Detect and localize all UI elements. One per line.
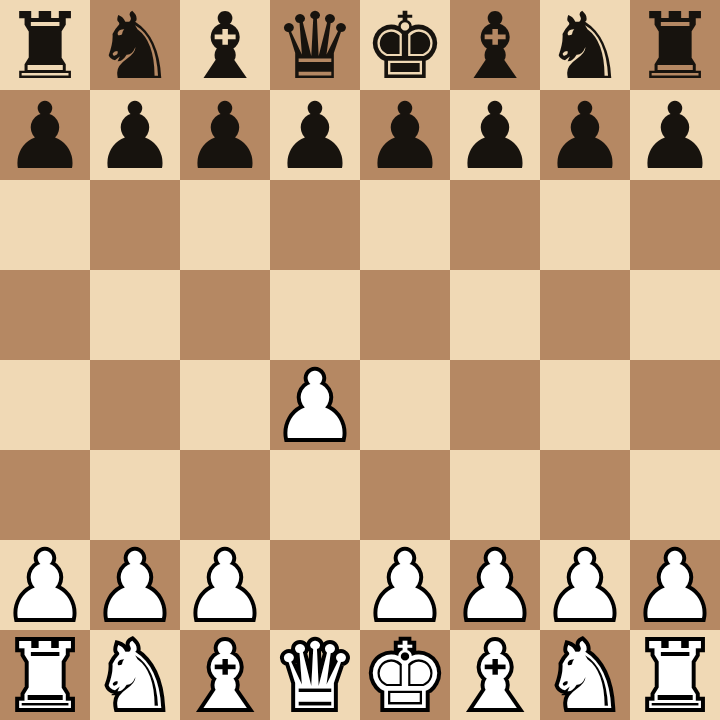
square-d1[interactable]: ♛ — [270, 630, 360, 720]
square-c8[interactable]: ♝ — [180, 0, 270, 90]
square-c1[interactable]: ♝ — [180, 630, 270, 720]
piece-white-bishop-c1[interactable]: ♝ — [184, 632, 266, 720]
square-a6[interactable] — [0, 180, 90, 270]
square-g6[interactable] — [540, 180, 630, 270]
square-b1[interactable]: ♞ — [90, 630, 180, 720]
piece-black-pawn-f7[interactable]: ♟ — [454, 92, 536, 180]
piece-black-pawn-c7[interactable]: ♟ — [184, 92, 266, 180]
square-g7[interactable]: ♟ — [540, 90, 630, 180]
piece-white-pawn-d4[interactable]: ♟ — [274, 362, 356, 450]
square-h6[interactable] — [630, 180, 720, 270]
chess-board: ♜♞♝♛♚♝♞♜♟♟♟♟♟♟♟♟♟♟♟♟♟♟♟♟♜♞♝♛♚♝♞♜ — [0, 0, 720, 720]
piece-white-king-e1[interactable]: ♚ — [364, 632, 446, 720]
square-a2[interactable]: ♟ — [0, 540, 90, 630]
square-h5[interactable] — [630, 270, 720, 360]
square-f4[interactable] — [450, 360, 540, 450]
square-f7[interactable]: ♟ — [450, 90, 540, 180]
square-d3[interactable] — [270, 450, 360, 540]
square-b8[interactable]: ♞ — [90, 0, 180, 90]
piece-black-pawn-g7[interactable]: ♟ — [544, 92, 626, 180]
square-g4[interactable] — [540, 360, 630, 450]
piece-black-queen-d8[interactable]: ♛ — [274, 2, 356, 90]
square-c3[interactable] — [180, 450, 270, 540]
piece-white-pawn-f2[interactable]: ♟ — [454, 542, 536, 630]
square-d6[interactable] — [270, 180, 360, 270]
square-d5[interactable] — [270, 270, 360, 360]
piece-white-rook-h1[interactable]: ♜ — [634, 632, 716, 720]
square-h2[interactable]: ♟ — [630, 540, 720, 630]
piece-white-knight-b1[interactable]: ♞ — [94, 632, 176, 720]
square-e7[interactable]: ♟ — [360, 90, 450, 180]
piece-black-rook-h8[interactable]: ♜ — [634, 2, 716, 90]
square-h3[interactable] — [630, 450, 720, 540]
square-e1[interactable]: ♚ — [360, 630, 450, 720]
square-f2[interactable]: ♟ — [450, 540, 540, 630]
square-d7[interactable]: ♟ — [270, 90, 360, 180]
square-c7[interactable]: ♟ — [180, 90, 270, 180]
piece-black-king-e8[interactable]: ♚ — [364, 2, 446, 90]
square-g3[interactable] — [540, 450, 630, 540]
square-a7[interactable]: ♟ — [0, 90, 90, 180]
square-a8[interactable]: ♜ — [0, 0, 90, 90]
square-b5[interactable] — [90, 270, 180, 360]
square-f5[interactable] — [450, 270, 540, 360]
square-e2[interactable]: ♟ — [360, 540, 450, 630]
square-h4[interactable] — [630, 360, 720, 450]
square-b2[interactable]: ♟ — [90, 540, 180, 630]
piece-white-rook-a1[interactable]: ♜ — [4, 632, 86, 720]
square-e8[interactable]: ♚ — [360, 0, 450, 90]
square-e3[interactable] — [360, 450, 450, 540]
square-h1[interactable]: ♜ — [630, 630, 720, 720]
piece-white-pawn-a2[interactable]: ♟ — [4, 542, 86, 630]
square-d8[interactable]: ♛ — [270, 0, 360, 90]
piece-black-knight-b8[interactable]: ♞ — [94, 2, 176, 90]
square-d4[interactable]: ♟ — [270, 360, 360, 450]
piece-white-pawn-g2[interactable]: ♟ — [544, 542, 626, 630]
piece-black-pawn-h7[interactable]: ♟ — [634, 92, 716, 180]
piece-white-pawn-b2[interactable]: ♟ — [94, 542, 176, 630]
piece-black-pawn-e7[interactable]: ♟ — [364, 92, 446, 180]
square-b6[interactable] — [90, 180, 180, 270]
square-f6[interactable] — [450, 180, 540, 270]
square-b7[interactable]: ♟ — [90, 90, 180, 180]
square-e4[interactable] — [360, 360, 450, 450]
piece-black-bishop-f8[interactable]: ♝ — [454, 2, 536, 90]
square-a1[interactable]: ♜ — [0, 630, 90, 720]
piece-white-bishop-f1[interactable]: ♝ — [454, 632, 536, 720]
square-g2[interactable]: ♟ — [540, 540, 630, 630]
square-a4[interactable] — [0, 360, 90, 450]
piece-black-pawn-a7[interactable]: ♟ — [4, 92, 86, 180]
square-f8[interactable]: ♝ — [450, 0, 540, 90]
square-h7[interactable]: ♟ — [630, 90, 720, 180]
square-g8[interactable]: ♞ — [540, 0, 630, 90]
square-g1[interactable]: ♞ — [540, 630, 630, 720]
square-a5[interactable] — [0, 270, 90, 360]
square-f1[interactable]: ♝ — [450, 630, 540, 720]
piece-black-knight-g8[interactable]: ♞ — [544, 2, 626, 90]
square-g5[interactable] — [540, 270, 630, 360]
square-b3[interactable] — [90, 450, 180, 540]
piece-black-rook-a8[interactable]: ♜ — [4, 2, 86, 90]
square-h8[interactable]: ♜ — [630, 0, 720, 90]
square-f3[interactable] — [450, 450, 540, 540]
piece-white-queen-d1[interactable]: ♛ — [274, 632, 356, 720]
piece-black-pawn-b7[interactable]: ♟ — [94, 92, 176, 180]
piece-white-knight-g1[interactable]: ♞ — [544, 632, 626, 720]
piece-white-pawn-e2[interactable]: ♟ — [364, 542, 446, 630]
square-d2[interactable] — [270, 540, 360, 630]
square-c4[interactable] — [180, 360, 270, 450]
square-b4[interactable] — [90, 360, 180, 450]
square-c6[interactable] — [180, 180, 270, 270]
square-e6[interactable] — [360, 180, 450, 270]
piece-black-pawn-d7[interactable]: ♟ — [274, 92, 356, 180]
piece-white-pawn-c2[interactable]: ♟ — [184, 542, 266, 630]
square-c5[interactable] — [180, 270, 270, 360]
piece-black-bishop-c8[interactable]: ♝ — [184, 2, 266, 90]
piece-white-pawn-h2[interactable]: ♟ — [634, 542, 716, 630]
square-e5[interactable] — [360, 270, 450, 360]
square-a3[interactable] — [0, 450, 90, 540]
square-c2[interactable]: ♟ — [180, 540, 270, 630]
